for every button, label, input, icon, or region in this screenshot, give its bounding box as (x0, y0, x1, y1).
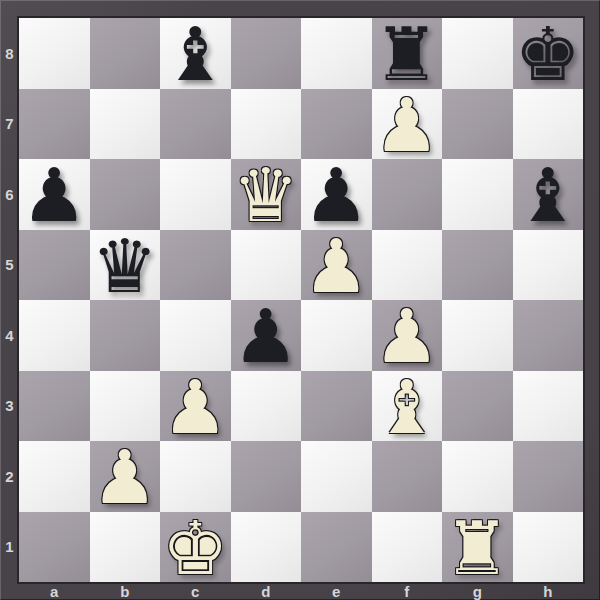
square-c4[interactable] (160, 300, 231, 371)
square-c3[interactable]: ♟ (160, 371, 231, 442)
square-f3[interactable]: ♝ (372, 371, 443, 442)
square-a5[interactable] (19, 230, 90, 301)
square-e4[interactable] (301, 300, 372, 371)
square-c7[interactable] (160, 89, 231, 160)
square-a7[interactable] (19, 89, 90, 160)
square-g4[interactable] (442, 300, 513, 371)
square-b4[interactable] (90, 300, 161, 371)
square-g2[interactable] (442, 441, 513, 512)
white-bishop-piece[interactable]: ♝ (374, 372, 440, 443)
square-f7[interactable]: ♟ (372, 89, 443, 160)
white-pawn-piece[interactable]: ♟ (92, 442, 158, 513)
square-b8[interactable] (90, 18, 161, 89)
white-pawn-piece[interactable]: ♟ (162, 372, 228, 443)
square-a3[interactable] (19, 371, 90, 442)
rank-labels: 87654321 (0, 18, 19, 582)
rank-label-2: 2 (0, 441, 19, 512)
square-d3[interactable] (231, 371, 302, 442)
square-d5[interactable] (231, 230, 302, 301)
square-e3[interactable] (301, 371, 372, 442)
rank-label-7: 7 (0, 89, 19, 160)
square-b3[interactable] (90, 371, 161, 442)
square-e6[interactable]: ♟ (301, 159, 372, 230)
file-labels: abcdefgh (19, 582, 583, 600)
black-pawn-piece[interactable]: ♟ (21, 160, 87, 231)
square-d7[interactable] (231, 89, 302, 160)
square-g3[interactable] (442, 371, 513, 442)
chessboard-frame: 87654321 ♝♜♚♟♟♛♟♝♛♟♟♟♟♝♟♚♜ abcdefgh (0, 0, 600, 600)
file-label-b: b (90, 582, 161, 600)
square-g6[interactable] (442, 159, 513, 230)
square-b7[interactable] (90, 89, 161, 160)
white-king-piece[interactable]: ♚ (162, 513, 228, 584)
file-label-g: g (442, 582, 513, 600)
white-queen-piece[interactable]: ♛ (233, 160, 299, 231)
rank-label-6: 6 (0, 159, 19, 230)
file-label-h: h (513, 582, 584, 600)
square-h1[interactable] (513, 512, 584, 583)
square-b5[interactable]: ♛ (90, 230, 161, 301)
square-c2[interactable] (160, 441, 231, 512)
square-d1[interactable] (231, 512, 302, 583)
square-g5[interactable] (442, 230, 513, 301)
square-d2[interactable] (231, 441, 302, 512)
square-h2[interactable] (513, 441, 584, 512)
square-f1[interactable] (372, 512, 443, 583)
file-label-d: d (231, 582, 302, 600)
file-label-a: a (19, 582, 90, 600)
rank-label-5: 5 (0, 230, 19, 301)
square-h6[interactable]: ♝ (513, 159, 584, 230)
rank-label-4: 4 (0, 300, 19, 371)
square-a4[interactable] (19, 300, 90, 371)
square-d6[interactable]: ♛ (231, 159, 302, 230)
square-e5[interactable]: ♟ (301, 230, 372, 301)
black-queen-piece[interactable]: ♛ (92, 231, 158, 302)
square-f4[interactable]: ♟ (372, 300, 443, 371)
square-e8[interactable] (301, 18, 372, 89)
square-g8[interactable] (442, 18, 513, 89)
black-pawn-piece[interactable]: ♟ (233, 301, 299, 372)
square-e1[interactable] (301, 512, 372, 583)
square-b1[interactable] (90, 512, 161, 583)
black-bishop-piece[interactable]: ♝ (515, 160, 581, 231)
square-d8[interactable] (231, 18, 302, 89)
file-label-c: c (160, 582, 231, 600)
square-a8[interactable] (19, 18, 90, 89)
square-h5[interactable] (513, 230, 584, 301)
square-c1[interactable]: ♚ (160, 512, 231, 583)
square-f2[interactable] (372, 441, 443, 512)
white-pawn-piece[interactable]: ♟ (303, 231, 369, 302)
rank-label-8: 8 (0, 18, 19, 89)
black-rook-piece[interactable]: ♜ (374, 19, 440, 90)
file-label-f: f (372, 582, 443, 600)
black-bishop-piece[interactable]: ♝ (162, 19, 228, 90)
square-a1[interactable] (19, 512, 90, 583)
square-e7[interactable] (301, 89, 372, 160)
rank-label-3: 3 (0, 371, 19, 442)
square-a2[interactable] (19, 441, 90, 512)
square-d4[interactable]: ♟ (231, 300, 302, 371)
square-f8[interactable]: ♜ (372, 18, 443, 89)
square-h4[interactable] (513, 300, 584, 371)
board: ♝♜♚♟♟♛♟♝♛♟♟♟♟♝♟♚♜ (19, 18, 583, 582)
square-h8[interactable]: ♚ (513, 18, 584, 89)
white-rook-piece[interactable]: ♜ (444, 513, 510, 584)
square-g7[interactable] (442, 89, 513, 160)
square-a6[interactable]: ♟ (19, 159, 90, 230)
square-c8[interactable]: ♝ (160, 18, 231, 89)
square-c5[interactable] (160, 230, 231, 301)
square-c6[interactable] (160, 159, 231, 230)
square-f5[interactable] (372, 230, 443, 301)
rank-label-1: 1 (0, 512, 19, 583)
file-label-e: e (301, 582, 372, 600)
square-h3[interactable] (513, 371, 584, 442)
square-h7[interactable] (513, 89, 584, 160)
square-f6[interactable] (372, 159, 443, 230)
white-pawn-piece[interactable]: ♟ (374, 90, 440, 161)
white-pawn-piece[interactable]: ♟ (374, 301, 440, 372)
square-e2[interactable] (301, 441, 372, 512)
square-g1[interactable]: ♜ (442, 512, 513, 583)
black-pawn-piece[interactable]: ♟ (303, 160, 369, 231)
square-b6[interactable] (90, 159, 161, 230)
square-b2[interactable]: ♟ (90, 441, 161, 512)
black-king-piece[interactable]: ♚ (515, 19, 581, 90)
